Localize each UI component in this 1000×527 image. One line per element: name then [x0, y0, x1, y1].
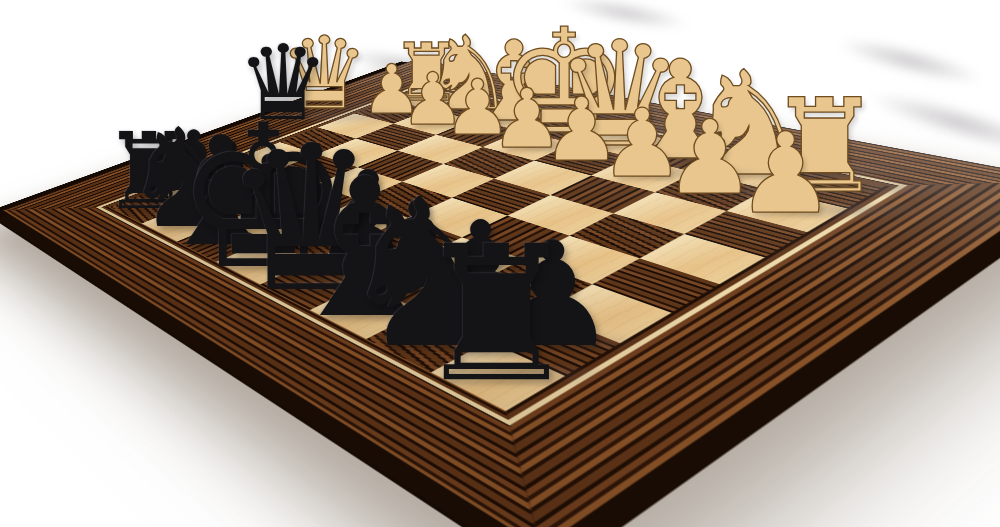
chess-set-photo-scene: ♜♞♝♛♚♝♞♜♟♟♟♟♟♟♟♟♟♟♟♟♟♟♟♟♜♞♝♛♚♝♞♜♛♛ [0, 0, 1000, 527]
table-shadow [559, 0, 691, 35]
chess-board [3, 59, 1000, 527]
table-shadow [834, 30, 986, 92]
